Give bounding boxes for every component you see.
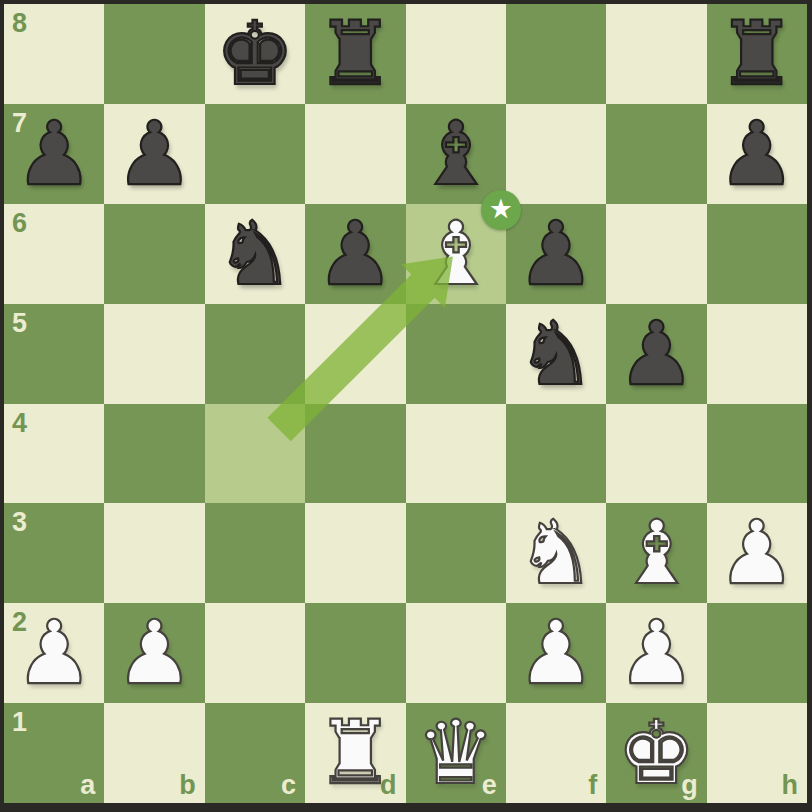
square-f1[interactable]: f	[506, 703, 606, 803]
piece-white-bishop[interactable]: ♝	[606, 503, 706, 603]
piece-white-queen[interactable]: ♛	[406, 703, 506, 803]
square-h3[interactable]: ♟	[707, 503, 807, 603]
piece-white-pawn[interactable]: ♟	[506, 603, 606, 703]
square-b4[interactable]	[104, 404, 204, 504]
square-c7[interactable]	[205, 104, 305, 204]
square-e1[interactable]: e♛	[406, 703, 506, 803]
piece-white-pawn[interactable]: ♟	[4, 603, 104, 703]
piece-black-knight[interactable]: ♞	[506, 304, 606, 404]
piece-white-rook[interactable]: ♜	[305, 703, 405, 803]
square-e3[interactable]	[406, 503, 506, 603]
piece-black-pawn[interactable]: ♟	[707, 104, 807, 204]
square-b3[interactable]	[104, 503, 204, 603]
square-e4[interactable]	[406, 404, 506, 504]
square-d2[interactable]	[305, 603, 405, 703]
square-d3[interactable]	[305, 503, 405, 603]
square-a8[interactable]: 8	[4, 4, 104, 104]
square-a4[interactable]: 4	[4, 404, 104, 504]
square-e6[interactable]: ♝	[406, 204, 506, 304]
square-e7[interactable]: ♝	[406, 104, 506, 204]
square-d8[interactable]: ♜	[305, 4, 405, 104]
square-b5[interactable]	[104, 304, 204, 404]
piece-black-knight[interactable]: ♞	[205, 204, 305, 304]
square-a5[interactable]: 5	[4, 304, 104, 404]
square-h8[interactable]: ♜	[707, 4, 807, 104]
file-label-f: f	[588, 772, 597, 799]
file-label-b: b	[179, 772, 196, 799]
square-e5[interactable]	[406, 304, 506, 404]
square-h4[interactable]	[707, 404, 807, 504]
square-b7[interactable]: ♟	[104, 104, 204, 204]
square-h6[interactable]	[707, 204, 807, 304]
square-d6[interactable]: ♟	[305, 204, 405, 304]
square-g8[interactable]	[606, 4, 706, 104]
square-f2[interactable]: ♟	[506, 603, 606, 703]
square-a6[interactable]: 6	[4, 204, 104, 304]
square-g6[interactable]	[606, 204, 706, 304]
square-f7[interactable]	[506, 104, 606, 204]
rank-label-3: 3	[12, 509, 27, 536]
rank-label-6: 6	[12, 210, 27, 237]
square-c3[interactable]	[205, 503, 305, 603]
file-label-h: h	[782, 772, 799, 799]
piece-white-bishop[interactable]: ♝	[406, 204, 506, 304]
piece-black-pawn[interactable]: ♟	[606, 304, 706, 404]
square-a2[interactable]: 2♟	[4, 603, 104, 703]
square-d4[interactable]	[305, 404, 405, 504]
square-b6[interactable]	[104, 204, 204, 304]
square-a3[interactable]: 3	[4, 503, 104, 603]
square-h5[interactable]	[707, 304, 807, 404]
piece-white-king[interactable]: ♚	[606, 703, 706, 803]
square-f8[interactable]	[506, 4, 606, 104]
piece-white-knight[interactable]: ♞	[506, 503, 606, 603]
square-b2[interactable]: ♟	[104, 603, 204, 703]
square-g4[interactable]	[606, 404, 706, 504]
piece-white-pawn[interactable]: ♟	[606, 603, 706, 703]
piece-black-pawn[interactable]: ♟	[4, 104, 104, 204]
chess-board: 8♚♜♜7♟♟♝♟6♞♟♝♟5♞♟43♞♝♟2♟♟♟♟1abcd♜e♛fg♚h …	[0, 0, 812, 812]
square-f4[interactable]	[506, 404, 606, 504]
piece-black-pawn[interactable]: ♟	[506, 204, 606, 304]
piece-black-pawn[interactable]: ♟	[104, 104, 204, 204]
square-a7[interactable]: 7♟	[4, 104, 104, 204]
square-d1[interactable]: d♜	[305, 703, 405, 803]
square-a1[interactable]: 1a	[4, 703, 104, 803]
rank-label-1: 1	[12, 709, 27, 736]
square-f3[interactable]: ♞	[506, 503, 606, 603]
square-c8[interactable]: ♚	[205, 4, 305, 104]
square-c2[interactable]	[205, 603, 305, 703]
piece-white-pawn[interactable]: ♟	[707, 503, 807, 603]
board-grid: 8♚♜♜7♟♟♝♟6♞♟♝♟5♞♟43♞♝♟2♟♟♟♟1abcd♜e♛fg♚h	[4, 4, 807, 803]
square-g7[interactable]	[606, 104, 706, 204]
file-label-c: c	[281, 772, 296, 799]
square-f5[interactable]: ♞	[506, 304, 606, 404]
piece-black-pawn[interactable]: ♟	[305, 204, 405, 304]
rank-label-4: 4	[12, 410, 27, 437]
square-c6[interactable]: ♞	[205, 204, 305, 304]
piece-white-pawn[interactable]: ♟	[104, 603, 204, 703]
piece-black-rook[interactable]: ♜	[707, 4, 807, 104]
piece-black-rook[interactable]: ♜	[305, 4, 405, 104]
square-g2[interactable]: ♟	[606, 603, 706, 703]
piece-black-bishop[interactable]: ♝	[406, 104, 506, 204]
rank-label-8: 8	[12, 10, 27, 37]
square-d5[interactable]	[305, 304, 405, 404]
square-g3[interactable]: ♝	[606, 503, 706, 603]
square-c1[interactable]: c	[205, 703, 305, 803]
square-e2[interactable]	[406, 603, 506, 703]
square-g1[interactable]: g♚	[606, 703, 706, 803]
piece-black-king[interactable]: ♚	[205, 4, 305, 104]
square-c5[interactable]	[205, 304, 305, 404]
file-label-a: a	[80, 772, 95, 799]
square-g5[interactable]: ♟	[606, 304, 706, 404]
rank-label-5: 5	[12, 310, 27, 337]
square-b1[interactable]: b	[104, 703, 204, 803]
square-b8[interactable]	[104, 4, 204, 104]
square-f6[interactable]: ♟	[506, 204, 606, 304]
square-h1[interactable]: h	[707, 703, 807, 803]
square-h7[interactable]: ♟	[707, 104, 807, 204]
square-d7[interactable]	[305, 104, 405, 204]
square-e8[interactable]	[406, 4, 506, 104]
square-c4[interactable]	[205, 404, 305, 504]
square-h2[interactable]	[707, 603, 807, 703]
